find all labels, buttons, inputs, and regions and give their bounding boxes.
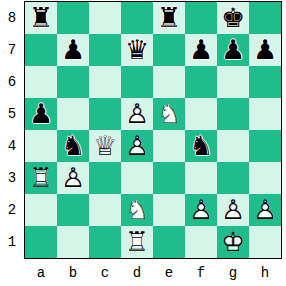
file-label-e: e [153,261,185,285]
square-c1[interactable] [89,226,121,258]
square-d2[interactable]: ♞♘ [121,194,153,226]
piece-black-pawn-f7[interactable]: ♟ [185,34,217,66]
file-label-f: f [185,261,217,285]
black-queen-glyph: ♛ [121,34,153,66]
square-g1[interactable]: ♚♔ [217,226,249,258]
square-e3[interactable] [153,162,185,194]
square-e5[interactable]: ♞♘ [153,98,185,130]
piece-black-pawn-h7[interactable]: ♟ [249,34,281,66]
piece-black-rook-e8[interactable]: ♜ [153,2,185,34]
square-c5[interactable] [89,98,121,130]
piece-white-pawn-d4[interactable]: ♟♙ [121,130,153,162]
white-rook-outline: ♖ [25,162,57,194]
square-d3[interactable] [121,162,153,194]
piece-white-knight-d2[interactable]: ♞♘ [121,194,153,226]
square-d6[interactable] [121,66,153,98]
piece-black-queen-d7[interactable]: ♛ [121,34,153,66]
square-b5[interactable] [57,98,89,130]
white-queen-outline: ♕ [89,130,121,162]
piece-white-pawn-f2[interactable]: ♟♙ [185,194,217,226]
square-f6[interactable] [185,66,217,98]
black-knight-glyph: ♞ [185,130,217,162]
square-b7[interactable]: ♟ [57,34,89,66]
black-pawn-glyph: ♟ [249,34,281,66]
square-h2[interactable]: ♟♙ [249,194,281,226]
square-b6[interactable] [57,66,89,98]
square-b4[interactable]: ♞ [57,130,89,162]
square-e1[interactable] [153,226,185,258]
white-pawn-outline: ♙ [185,194,217,226]
piece-black-knight-f4[interactable]: ♞ [185,130,217,162]
black-king-glyph: ♚ [217,2,249,34]
piece-white-pawn-g2[interactable]: ♟♙ [217,194,249,226]
white-pawn-outline: ♙ [249,194,281,226]
chess-board: ♜♜♚♟♛♟♟♟♟♟♙♞♘♞♛♕♟♙♞♜♖♟♙♞♘♟♙♟♙♟♙♜♖♚♔ [25,2,281,258]
square-a1[interactable] [25,226,57,258]
square-c8[interactable] [89,2,121,34]
square-f2[interactable]: ♟♙ [185,194,217,226]
square-c4[interactable]: ♛♕ [89,130,121,162]
black-pawn-glyph: ♟ [25,98,57,130]
square-a7[interactable] [25,34,57,66]
white-knight-outline: ♘ [153,98,185,130]
file-label-d: d [121,261,153,285]
square-f3[interactable] [185,162,217,194]
file-label-g: g [217,261,249,285]
rank-label-8: 8 [0,2,24,34]
square-g6[interactable] [217,66,249,98]
square-g2[interactable]: ♟♙ [217,194,249,226]
piece-white-rook-d1[interactable]: ♜♖ [121,226,153,258]
square-d1[interactable]: ♜♖ [121,226,153,258]
black-pawn-glyph: ♟ [217,34,249,66]
square-a2[interactable] [25,194,57,226]
square-h3[interactable] [249,162,281,194]
piece-black-king-g8[interactable]: ♚ [217,2,249,34]
rank-label-2: 2 [0,194,24,226]
white-pawn-outline: ♙ [121,130,153,162]
rank-label-3: 3 [0,162,24,194]
square-h5[interactable] [249,98,281,130]
black-pawn-glyph: ♟ [185,34,217,66]
square-f4[interactable]: ♞ [185,130,217,162]
square-a8[interactable]: ♜ [25,2,57,34]
square-f7[interactable]: ♟ [185,34,217,66]
piece-black-pawn-g7[interactable]: ♟ [217,34,249,66]
square-f8[interactable] [185,2,217,34]
black-knight-glyph: ♞ [57,130,89,162]
square-b8[interactable] [57,2,89,34]
file-label-b: b [57,261,89,285]
square-h4[interactable] [249,130,281,162]
square-d5[interactable]: ♟♙ [121,98,153,130]
piece-white-queen-c4[interactable]: ♛♕ [89,130,121,162]
piece-black-pawn-b7[interactable]: ♟ [57,34,89,66]
piece-white-rook-a3[interactable]: ♜♖ [25,162,57,194]
square-g5[interactable] [217,98,249,130]
square-c2[interactable] [89,194,121,226]
square-a5[interactable]: ♟ [25,98,57,130]
file-label-a: a [25,261,57,285]
square-e8[interactable]: ♜ [153,2,185,34]
square-b1[interactable] [57,226,89,258]
piece-black-pawn-a5[interactable]: ♟ [25,98,57,130]
square-g4[interactable] [217,130,249,162]
square-h1[interactable] [249,226,281,258]
chess-diagram: 87654321 ♜♜♚♟♛♟♟♟♟♟♙♞♘♞♛♕♟♙♞♜♖♟♙♞♘♟♙♟♙♟♙… [0,0,286,286]
square-d8[interactable] [121,2,153,34]
rank-label-4: 4 [0,130,24,162]
square-h7[interactable]: ♟ [249,34,281,66]
black-rook-glyph: ♜ [25,2,57,34]
square-g3[interactable] [217,162,249,194]
file-labels: abcdefgh [25,261,281,285]
square-f1[interactable] [185,226,217,258]
piece-white-king-g1[interactable]: ♚♔ [217,226,249,258]
file-label-c: c [89,261,121,285]
white-knight-outline: ♘ [121,194,153,226]
square-c3[interactable] [89,162,121,194]
white-rook-outline: ♖ [121,226,153,258]
square-e2[interactable] [153,194,185,226]
square-e7[interactable] [153,34,185,66]
square-e4[interactable] [153,130,185,162]
rank-label-7: 7 [0,34,24,66]
rank-labels: 87654321 [0,2,24,258]
square-d4[interactable]: ♟♙ [121,130,153,162]
white-pawn-outline: ♙ [217,194,249,226]
square-a6[interactable] [25,66,57,98]
square-a4[interactable] [25,130,57,162]
rank-label-6: 6 [0,66,24,98]
square-d7[interactable]: ♛ [121,34,153,66]
piece-black-knight-b4[interactable]: ♞ [57,130,89,162]
square-f5[interactable] [185,98,217,130]
square-h8[interactable] [249,2,281,34]
square-c6[interactable] [89,66,121,98]
black-pawn-glyph: ♟ [57,34,89,66]
square-g7[interactable]: ♟ [217,34,249,66]
rank-label-5: 5 [0,98,24,130]
square-b3[interactable]: ♟♙ [57,162,89,194]
square-a3[interactable]: ♜♖ [25,162,57,194]
piece-white-pawn-b3[interactable]: ♟♙ [57,162,89,194]
file-label-h: h [249,261,281,285]
rank-label-1: 1 [0,226,24,258]
square-b2[interactable] [57,194,89,226]
square-c7[interactable] [89,34,121,66]
piece-white-knight-e5[interactable]: ♞♘ [153,98,185,130]
white-pawn-outline: ♙ [121,98,153,130]
piece-white-pawn-d5[interactable]: ♟♙ [121,98,153,130]
piece-black-rook-a8[interactable]: ♜ [25,2,57,34]
black-rook-glyph: ♜ [153,2,185,34]
square-g8[interactable]: ♚ [217,2,249,34]
square-h6[interactable] [249,66,281,98]
white-king-outline: ♔ [217,226,249,258]
piece-white-pawn-h2[interactable]: ♟♙ [249,194,281,226]
square-e6[interactable] [153,66,185,98]
board-border: ♜♜♚♟♛♟♟♟♟♟♙♞♘♞♛♕♟♙♞♜♖♟♙♞♘♟♙♟♙♟♙♜♖♚♔ [24,1,282,259]
white-pawn-outline: ♙ [57,162,89,194]
